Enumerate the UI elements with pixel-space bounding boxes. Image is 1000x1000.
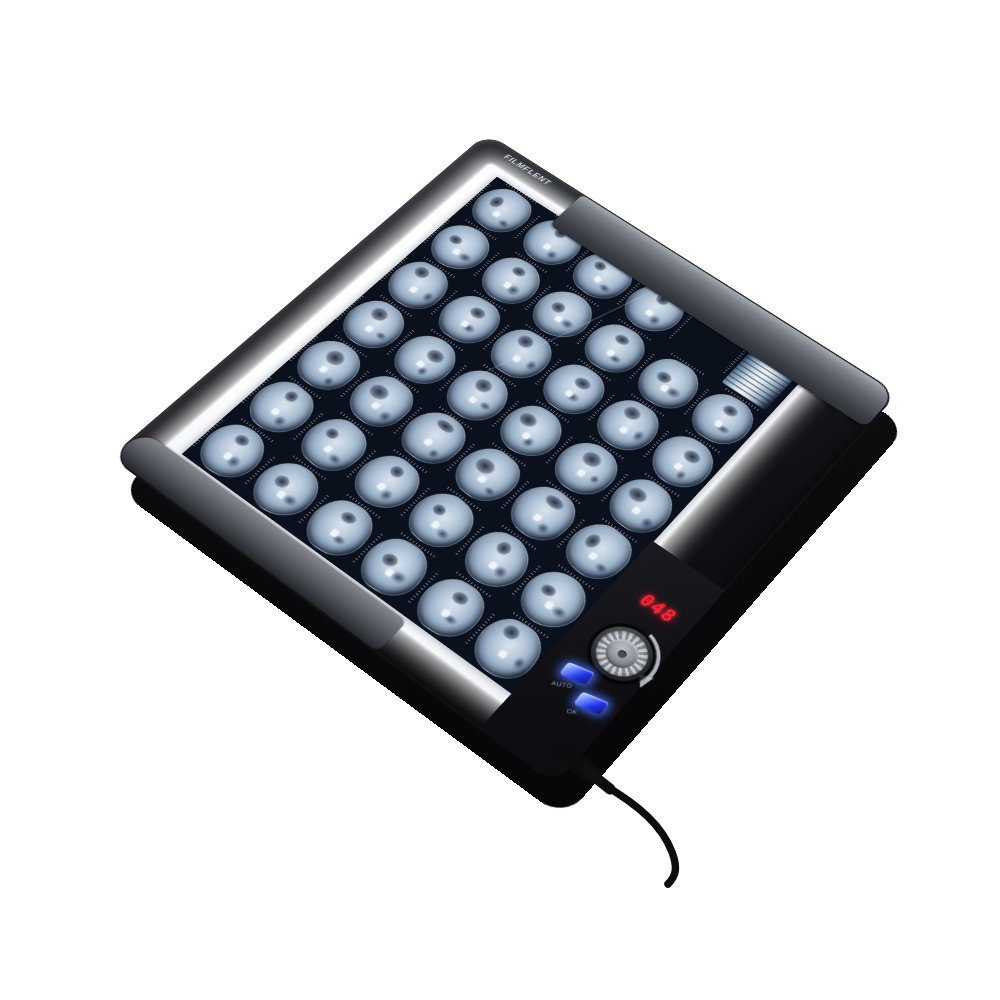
organ-shadow [449, 589, 472, 608]
vertebra-highlight [576, 469, 586, 477]
organ-shadow [510, 655, 528, 671]
vertebra-highlight [532, 514, 542, 522]
organ-shadow [533, 521, 551, 536]
organ-shadow [592, 561, 610, 576]
organ-shadow [516, 410, 541, 430]
organ-shadow [447, 233, 466, 247]
brightness-led-display: 048 [634, 591, 682, 626]
organ-shadow [375, 409, 394, 425]
vertebra-highlight [631, 507, 641, 515]
organ-shadow [367, 305, 391, 324]
ok-button-led [573, 692, 610, 716]
ok-button-label: OK [566, 708, 578, 716]
organ-shadow [414, 365, 430, 378]
organ-shadow [338, 509, 359, 526]
organ-shadow [365, 381, 392, 403]
organ-shadow [434, 417, 458, 436]
vertebra-highlight [364, 325, 373, 332]
vertebra-highlight [370, 402, 380, 410]
organ-shadow [477, 400, 493, 413]
vertebra-highlight [409, 286, 418, 293]
organ-shadow [374, 330, 389, 342]
organ-shadow [625, 484, 652, 506]
organ-shadow [542, 492, 567, 512]
organ-shadow [425, 447, 442, 461]
organ-shadow [523, 358, 540, 372]
organ-shadow [720, 403, 741, 419]
organ-shadow [613, 332, 633, 347]
organ-shadow [271, 413, 290, 428]
organ-shadow [420, 291, 436, 304]
organ-shadow [654, 369, 675, 386]
organ-shadow [323, 426, 342, 441]
organ-shadow [387, 463, 408, 480]
organ-shadow [496, 217, 512, 229]
vertebra-highlight [593, 276, 602, 283]
film-viewer-body: FILMFLENT 048 AUTO OK [110, 133, 898, 785]
organ-shadow [379, 551, 402, 570]
organ-shadow [271, 472, 293, 489]
organ-shadow [673, 469, 688, 482]
organ-shadow [637, 515, 655, 531]
organ-shadow [487, 194, 508, 210]
vertebra-highlight [271, 408, 281, 416]
product-photo: FILMFLENT 048 AUTO OK [0, 0, 1000, 1000]
organ-shadow [538, 581, 559, 598]
organ-shadow [282, 389, 301, 404]
organ-shadow [620, 404, 644, 423]
organ-shadow [471, 375, 497, 395]
vertebra-highlight [468, 396, 478, 404]
organ-shadow [411, 264, 432, 280]
organ-shadow [548, 300, 568, 315]
organ-shadow [471, 455, 499, 478]
vertebra-highlight [423, 438, 433, 446]
vertebra-highlight [477, 476, 487, 484]
organ-shadow [467, 305, 488, 321]
vertebra-highlight [318, 366, 328, 374]
vertebra-highlight [323, 445, 333, 453]
organ-shadow [587, 473, 602, 486]
organ-shadow [433, 526, 452, 542]
vertebra-highlight [588, 552, 598, 560]
organ-shadow [578, 449, 605, 471]
vertebra-highlight [498, 650, 508, 659]
organ-shadow [481, 485, 498, 499]
organ-shadow [543, 248, 560, 261]
organ-shadow [321, 347, 348, 369]
vertebra-highlight [618, 426, 627, 434]
organ-shadow [581, 531, 605, 551]
organ-shadow [509, 264, 528, 278]
organ-shadow [430, 501, 450, 518]
organ-shadow [571, 375, 593, 393]
organ-shadow [493, 539, 514, 557]
organ-shadow [629, 428, 647, 443]
vertebra-highlight [542, 243, 551, 250]
organ-shadow [596, 282, 613, 295]
organ-shadow [500, 622, 524, 643]
organ-shadow [232, 432, 252, 448]
auto-button-label: AUTO [551, 680, 573, 689]
organ-shadow [326, 451, 344, 466]
vertebra-highlight [492, 211, 501, 218]
organ-shadow [423, 347, 447, 366]
organ-shadow [320, 375, 336, 388]
organ-shadow [680, 447, 704, 466]
